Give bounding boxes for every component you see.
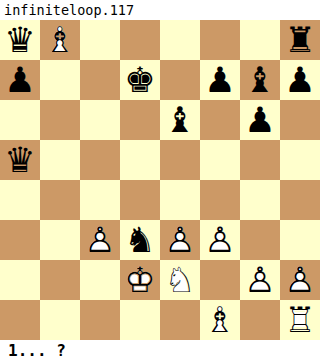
square-g2[interactable]: ♟♙: [240, 260, 280, 300]
white-pawn-icon: ♟♙: [280, 260, 320, 300]
square-a2[interactable]: [0, 260, 40, 300]
chess-board: ♛♝♗♜♟♚♟♝♟♝♟♛♟♙♞♟♙♟♙♚♔♞♘♟♙♟♙♝♗♜♖: [0, 20, 320, 340]
white-king-icon: ♚♔: [120, 260, 160, 300]
square-h5[interactable]: [280, 140, 320, 180]
black-knight-icon: ♞: [120, 220, 160, 260]
square-e5[interactable]: [160, 140, 200, 180]
square-e6[interactable]: ♝: [160, 100, 200, 140]
square-a5[interactable]: ♛: [0, 140, 40, 180]
black-king-icon: ♚: [120, 60, 160, 100]
square-f4[interactable]: [200, 180, 240, 220]
black-bishop-icon: ♝: [240, 60, 280, 100]
square-g8[interactable]: [240, 20, 280, 60]
square-f8[interactable]: [200, 20, 240, 60]
white-knight-icon: ♞♘: [160, 260, 200, 300]
title-bar: infiniteloop.117: [0, 0, 320, 20]
status-bar: 1... ?: [0, 340, 320, 360]
square-d3[interactable]: ♞: [120, 220, 160, 260]
puzzle-title: infiniteloop.117: [0, 2, 134, 18]
square-b8[interactable]: ♝♗: [40, 20, 80, 60]
square-h2[interactable]: ♟♙: [280, 260, 320, 300]
square-b2[interactable]: [40, 260, 80, 300]
square-b6[interactable]: [40, 100, 80, 140]
move-prompt: 1... ?: [0, 341, 66, 360]
square-h3[interactable]: [280, 220, 320, 260]
square-b1[interactable]: [40, 300, 80, 340]
square-f1[interactable]: ♝♗: [200, 300, 240, 340]
square-a4[interactable]: [0, 180, 40, 220]
square-c5[interactable]: [80, 140, 120, 180]
square-d8[interactable]: [120, 20, 160, 60]
square-a1[interactable]: [0, 300, 40, 340]
square-c6[interactable]: [80, 100, 120, 140]
square-h1[interactable]: ♜♖: [280, 300, 320, 340]
square-c1[interactable]: [80, 300, 120, 340]
square-g1[interactable]: [240, 300, 280, 340]
square-f6[interactable]: [200, 100, 240, 140]
square-h8[interactable]: ♜: [280, 20, 320, 60]
square-a6[interactable]: [0, 100, 40, 140]
square-a7[interactable]: ♟: [0, 60, 40, 100]
black-pawn-icon: ♟: [240, 100, 280, 140]
square-c2[interactable]: [80, 260, 120, 300]
square-b4[interactable]: [40, 180, 80, 220]
black-bishop-icon: ♝: [160, 100, 200, 140]
square-b7[interactable]: [40, 60, 80, 100]
square-d4[interactable]: [120, 180, 160, 220]
square-e2[interactable]: ♞♘: [160, 260, 200, 300]
white-pawn-icon: ♟♙: [240, 260, 280, 300]
square-c3[interactable]: ♟♙: [80, 220, 120, 260]
square-d6[interactable]: [120, 100, 160, 140]
square-e1[interactable]: [160, 300, 200, 340]
square-d2[interactable]: ♚♔: [120, 260, 160, 300]
black-queen-icon: ♛: [0, 140, 40, 180]
square-c7[interactable]: [80, 60, 120, 100]
square-h4[interactable]: [280, 180, 320, 220]
square-e7[interactable]: [160, 60, 200, 100]
square-e4[interactable]: [160, 180, 200, 220]
square-h7[interactable]: ♟: [280, 60, 320, 100]
square-f3[interactable]: ♟♙: [200, 220, 240, 260]
square-g5[interactable]: [240, 140, 280, 180]
square-g3[interactable]: [240, 220, 280, 260]
square-a3[interactable]: [0, 220, 40, 260]
white-pawn-icon: ♟♙: [80, 220, 120, 260]
black-pawn-icon: ♟: [0, 60, 40, 100]
square-g4[interactable]: [240, 180, 280, 220]
square-f2[interactable]: [200, 260, 240, 300]
square-g7[interactable]: ♝: [240, 60, 280, 100]
square-c8[interactable]: [80, 20, 120, 60]
square-f7[interactable]: ♟: [200, 60, 240, 100]
square-a8[interactable]: ♛: [0, 20, 40, 60]
white-pawn-icon: ♟♙: [200, 220, 240, 260]
square-d5[interactable]: [120, 140, 160, 180]
white-bishop-icon: ♝♗: [40, 20, 80, 60]
square-c4[interactable]: [80, 180, 120, 220]
black-queen-icon: ♛: [0, 20, 40, 60]
black-pawn-icon: ♟: [280, 60, 320, 100]
white-rook-icon: ♜♖: [280, 300, 320, 340]
black-pawn-icon: ♟: [200, 60, 240, 100]
square-b5[interactable]: [40, 140, 80, 180]
square-e3[interactable]: ♟♙: [160, 220, 200, 260]
white-bishop-icon: ♝♗: [200, 300, 240, 340]
square-e8[interactable]: [160, 20, 200, 60]
square-g6[interactable]: ♟: [240, 100, 280, 140]
white-pawn-icon: ♟♙: [160, 220, 200, 260]
square-f5[interactable]: [200, 140, 240, 180]
square-d7[interactable]: ♚: [120, 60, 160, 100]
square-h6[interactable]: [280, 100, 320, 140]
black-rook-icon: ♜: [280, 20, 320, 60]
square-b3[interactable]: [40, 220, 80, 260]
square-d1[interactable]: [120, 300, 160, 340]
